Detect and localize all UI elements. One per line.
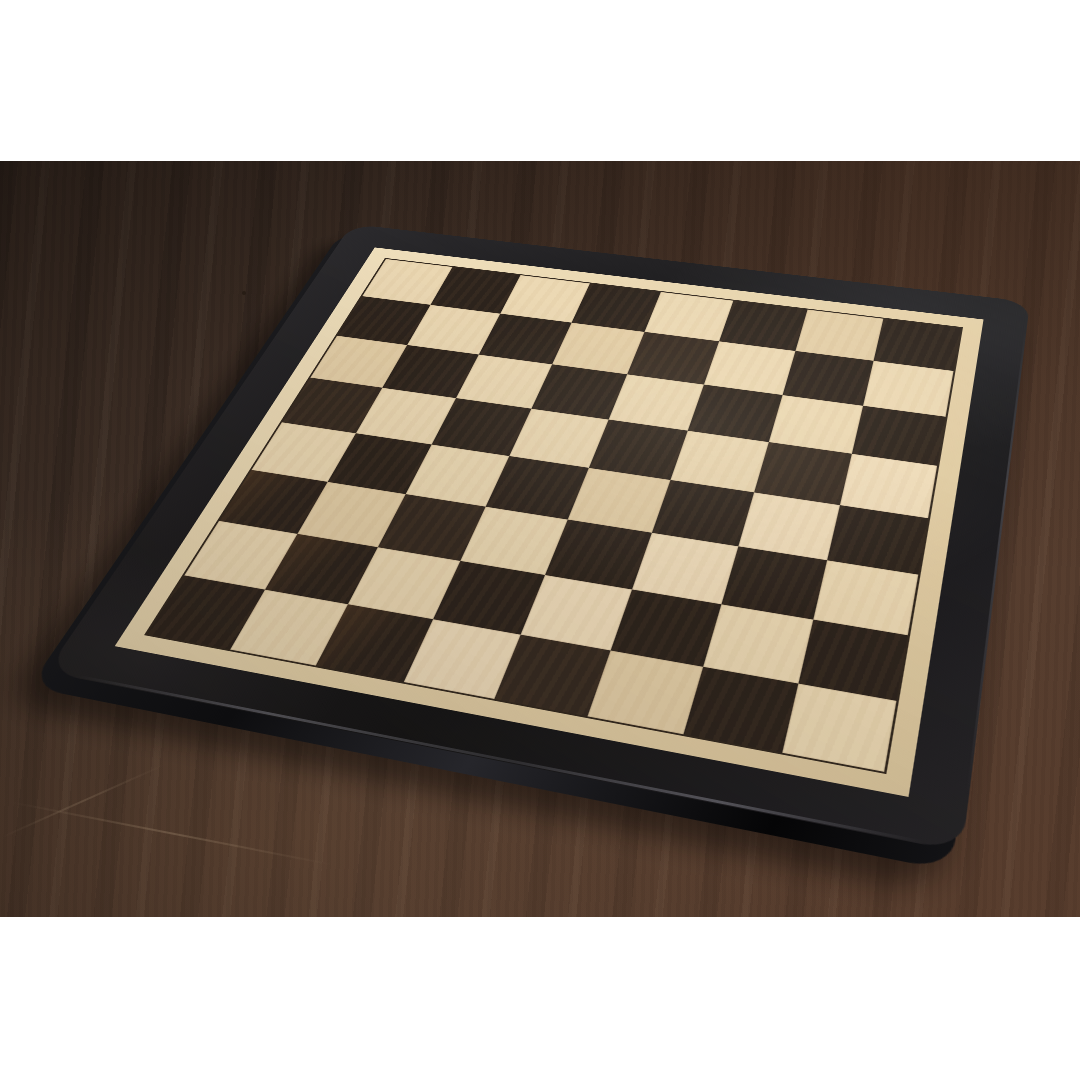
dust-speck xyxy=(242,291,246,295)
table-surface xyxy=(0,161,1080,917)
square-g1[interactable] xyxy=(683,667,798,753)
product-photo-canvas xyxy=(0,0,1080,1080)
board-black-border xyxy=(46,224,1030,852)
board-right-edge-highlight xyxy=(966,331,1027,795)
chessboard xyxy=(46,224,1030,852)
